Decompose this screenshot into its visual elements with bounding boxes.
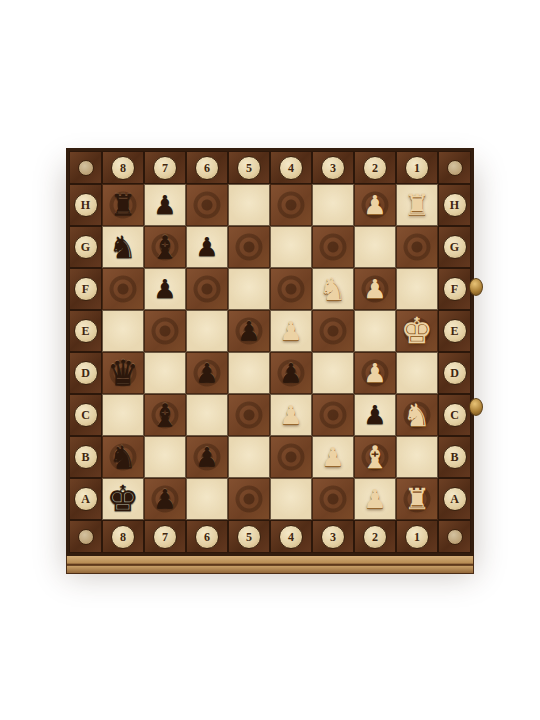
- square-h6[interactable]: [186, 184, 228, 226]
- frame-corner: [69, 520, 102, 553]
- board-front-edge: [66, 556, 474, 574]
- frame-cell: C: [69, 394, 102, 436]
- frame-cell: 3: [312, 520, 354, 553]
- square-d4[interactable]: ♟: [270, 352, 312, 394]
- brass-clasp-top: [469, 278, 483, 296]
- coord-label-left-E: E: [74, 319, 98, 343]
- square-c8[interactable]: [102, 394, 144, 436]
- square-f4[interactable]: [270, 268, 312, 310]
- square-e5[interactable]: ♟: [228, 310, 270, 352]
- square-c3[interactable]: [312, 394, 354, 436]
- frame-cell: B: [69, 436, 102, 478]
- square-b1[interactable]: [396, 436, 438, 478]
- square-d3[interactable]: [312, 352, 354, 394]
- piece-black-pawn[interactable]: ♟: [195, 444, 218, 470]
- square-c5[interactable]: [228, 394, 270, 436]
- coord-label-left-G: G: [74, 235, 98, 259]
- square-h7[interactable]: ♟: [144, 184, 186, 226]
- coord-label-top-4: 4: [279, 156, 303, 180]
- coord-label-left-F: F: [74, 277, 98, 301]
- square-d7[interactable]: [144, 352, 186, 394]
- coord-label-bottom-7: 7: [153, 525, 177, 549]
- square-d6[interactable]: ♟: [186, 352, 228, 394]
- square-d5[interactable]: [228, 352, 270, 394]
- frame-corner: [438, 151, 471, 184]
- piece-black-pawn[interactable]: ♟: [195, 360, 218, 386]
- piece-black-knight[interactable]: ♞: [109, 232, 137, 263]
- frame-cell: C: [438, 394, 471, 436]
- coord-label-bottom-2: 2: [363, 525, 387, 549]
- piece-black-knight[interactable]: ♞: [109, 442, 137, 473]
- square-a6[interactable]: [186, 478, 228, 520]
- frame-cell: 5: [228, 151, 270, 184]
- square-g4[interactable]: [270, 226, 312, 268]
- square-c7[interactable]: ♝: [144, 394, 186, 436]
- frame-cell: 7: [144, 520, 186, 553]
- coord-label-right-A: A: [443, 487, 467, 511]
- coord-label-right-C: C: [443, 403, 467, 427]
- chess-board: 87654321H♜♟♟♜HG♞♝♟GF♟♞♟FE♟♟♚ED♛♟♟♟DC♝♟♟♞…: [66, 148, 474, 556]
- coord-label-top-6: 6: [195, 156, 219, 180]
- coord-label-top-1: 1: [405, 156, 429, 180]
- frame-cell: 6: [186, 520, 228, 553]
- frame-cell: D: [438, 352, 471, 394]
- coord-label-right-H: H: [443, 193, 467, 217]
- piece-white-knight[interactable]: ♞: [403, 400, 431, 431]
- fold-seam: [67, 564, 473, 566]
- frame-cell: 5: [228, 520, 270, 553]
- square-g2[interactable]: [354, 226, 396, 268]
- piece-black-pawn[interactable]: ♟: [153, 192, 176, 218]
- piece-white-king[interactable]: ♚: [401, 313, 433, 349]
- square-e6[interactable]: [186, 310, 228, 352]
- coord-label-bottom-6: 6: [195, 525, 219, 549]
- square-a8[interactable]: ♚: [102, 478, 144, 520]
- square-b4[interactable]: [270, 436, 312, 478]
- square-a1[interactable]: ♜: [396, 478, 438, 520]
- square-c6[interactable]: [186, 394, 228, 436]
- coord-label-top-5: 5: [237, 156, 261, 180]
- square-c4[interactable]: ♟: [270, 394, 312, 436]
- chess-set: 87654321H♜♟♟♜HG♞♝♟GF♟♞♟FE♟♟♚ED♛♟♟♟DC♝♟♟♞…: [66, 148, 474, 574]
- frame-cell: 8: [102, 520, 144, 553]
- square-b7[interactable]: [144, 436, 186, 478]
- square-h5[interactable]: [228, 184, 270, 226]
- square-b6[interactable]: ♟: [186, 436, 228, 478]
- frame-cell: G: [438, 226, 471, 268]
- coord-label-top-7: 7: [153, 156, 177, 180]
- square-g6[interactable]: ♟: [186, 226, 228, 268]
- square-c2[interactable]: ♟: [354, 394, 396, 436]
- piece-black-bishop[interactable]: ♝: [151, 232, 179, 263]
- piece-white-pawn[interactable]: ♟: [363, 276, 386, 302]
- square-d1[interactable]: [396, 352, 438, 394]
- frame-cell: 7: [144, 151, 186, 184]
- piece-black-queen[interactable]: ♛: [107, 356, 138, 391]
- square-a5[interactable]: [228, 478, 270, 520]
- coord-label-right-E: E: [443, 319, 467, 343]
- piece-black-pawn[interactable]: ♟: [363, 402, 386, 428]
- coord-label-right-F: F: [443, 277, 467, 301]
- corner-medallion: [78, 160, 94, 176]
- square-h2[interactable]: ♟: [354, 184, 396, 226]
- product-photo-background: 87654321H♜♟♟♜HG♞♝♟GF♟♞♟FE♟♟♚ED♛♟♟♟DC♝♟♟♞…: [0, 0, 540, 720]
- frame-cell: D: [69, 352, 102, 394]
- square-a2[interactable]: ♟: [354, 478, 396, 520]
- frame-cell: E: [438, 310, 471, 352]
- piece-black-pawn[interactable]: ♟: [279, 360, 302, 386]
- piece-white-pawn[interactable]: ♟: [279, 318, 302, 344]
- piece-black-bishop[interactable]: ♝: [151, 400, 179, 431]
- piece-black-pawn[interactable]: ♟: [237, 318, 260, 344]
- corner-medallion: [78, 529, 94, 545]
- square-f1[interactable]: [396, 268, 438, 310]
- piece-white-pawn[interactable]: ♟: [279, 402, 302, 428]
- piece-white-pawn[interactable]: ♟: [363, 360, 386, 386]
- coord-label-top-8: 8: [111, 156, 135, 180]
- frame-cell: G: [69, 226, 102, 268]
- square-e4[interactable]: ♟: [270, 310, 312, 352]
- square-d8[interactable]: ♛: [102, 352, 144, 394]
- coord-label-right-D: D: [443, 361, 467, 385]
- frame-cell: F: [438, 268, 471, 310]
- coord-label-left-A: A: [74, 487, 98, 511]
- brass-clasp-bottom: [469, 398, 483, 416]
- square-b2[interactable]: ♝: [354, 436, 396, 478]
- square-c1[interactable]: ♞: [396, 394, 438, 436]
- frame-cell: 3: [312, 151, 354, 184]
- coord-label-bottom-1: 1: [405, 525, 429, 549]
- square-f3[interactable]: ♞: [312, 268, 354, 310]
- frame-cell: 1: [396, 520, 438, 553]
- frame-cell: 2: [354, 520, 396, 553]
- square-b3[interactable]: ♟: [312, 436, 354, 478]
- coord-label-top-3: 3: [321, 156, 345, 180]
- square-g8[interactable]: ♞: [102, 226, 144, 268]
- coord-label-bottom-8: 8: [111, 525, 135, 549]
- coord-label-top-2: 2: [363, 156, 387, 180]
- corner-medallion: [447, 529, 463, 545]
- coord-label-left-D: D: [74, 361, 98, 385]
- piece-black-pawn[interactable]: ♟: [153, 486, 176, 512]
- coord-label-bottom-3: 3: [321, 525, 345, 549]
- square-e2[interactable]: [354, 310, 396, 352]
- piece-black-pawn[interactable]: ♟: [153, 276, 176, 302]
- coord-label-left-B: B: [74, 445, 98, 469]
- frame-cell: B: [438, 436, 471, 478]
- coord-label-left-C: C: [74, 403, 98, 427]
- square-a4[interactable]: [270, 478, 312, 520]
- square-g5[interactable]: [228, 226, 270, 268]
- square-e8[interactable]: [102, 310, 144, 352]
- piece-black-rook[interactable]: ♜: [110, 191, 136, 220]
- square-h1[interactable]: ♜: [396, 184, 438, 226]
- frame-cell: F: [69, 268, 102, 310]
- piece-white-bishop[interactable]: ♝: [361, 442, 389, 473]
- piece-white-rook[interactable]: ♜: [404, 485, 430, 514]
- square-g7[interactable]: ♝: [144, 226, 186, 268]
- frame-cell: 4: [270, 520, 312, 553]
- square-g1[interactable]: [396, 226, 438, 268]
- piece-white-pawn[interactable]: ♟: [363, 486, 386, 512]
- square-f2[interactable]: ♟: [354, 268, 396, 310]
- coord-label-bottom-5: 5: [237, 525, 261, 549]
- piece-white-pawn[interactable]: ♟: [321, 444, 344, 470]
- frame-cell: 8: [102, 151, 144, 184]
- frame-corner: [438, 520, 471, 553]
- frame-cell: E: [69, 310, 102, 352]
- frame-cell: H: [69, 184, 102, 226]
- frame-cell: H: [438, 184, 471, 226]
- square-b5[interactable]: [228, 436, 270, 478]
- coord-label-right-B: B: [443, 445, 467, 469]
- piece-black-king[interactable]: ♚: [107, 481, 139, 517]
- frame-cell: 6: [186, 151, 228, 184]
- square-h3[interactable]: [312, 184, 354, 226]
- coord-label-left-H: H: [74, 193, 98, 217]
- piece-black-pawn[interactable]: ♟: [195, 234, 218, 260]
- square-h8[interactable]: ♜: [102, 184, 144, 226]
- piece-white-rook[interactable]: ♜: [404, 191, 430, 220]
- frame-cell: 1: [396, 151, 438, 184]
- frame-cell: A: [69, 478, 102, 520]
- square-g3[interactable]: [312, 226, 354, 268]
- square-f7[interactable]: ♟: [144, 268, 186, 310]
- square-a7[interactable]: ♟: [144, 478, 186, 520]
- frame-cell: A: [438, 478, 471, 520]
- frame-corner: [69, 151, 102, 184]
- coord-label-bottom-4: 4: [279, 525, 303, 549]
- square-h4[interactable]: [270, 184, 312, 226]
- square-b8[interactable]: ♞: [102, 436, 144, 478]
- square-f8[interactable]: [102, 268, 144, 310]
- square-e3[interactable]: [312, 310, 354, 352]
- frame-cell: 4: [270, 151, 312, 184]
- square-f5[interactable]: [228, 268, 270, 310]
- piece-white-pawn[interactable]: ♟: [363, 192, 386, 218]
- piece-white-knight[interactable]: ♞: [319, 274, 347, 305]
- frame-cell: 2: [354, 151, 396, 184]
- square-d2[interactable]: ♟: [354, 352, 396, 394]
- square-f6[interactable]: [186, 268, 228, 310]
- square-e1[interactable]: ♚: [396, 310, 438, 352]
- square-e7[interactable]: [144, 310, 186, 352]
- square-a3[interactable]: [312, 478, 354, 520]
- coord-label-right-G: G: [443, 235, 467, 259]
- corner-medallion: [447, 160, 463, 176]
